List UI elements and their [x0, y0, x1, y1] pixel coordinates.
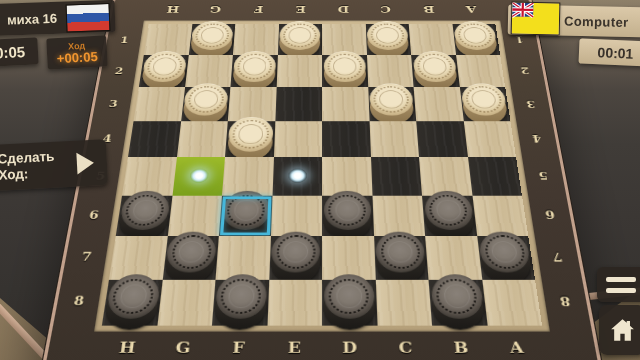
square-g4[interactable] [177, 121, 228, 157]
square-a3[interactable] [459, 87, 510, 121]
square-b7[interactable] [425, 236, 482, 279]
square-g1[interactable] [188, 24, 235, 54]
player-clock-value: 00:05 [0, 43, 26, 62]
square-f6[interactable] [219, 195, 272, 236]
board-coordinate: B [406, 1, 450, 18]
square-e7[interactable] [269, 236, 322, 279]
square-d1[interactable] [322, 24, 367, 54]
move-hint-dot[interactable] [288, 168, 307, 183]
white-piece[interactable] [452, 24, 500, 54]
white-piece[interactable] [322, 55, 368, 87]
square-g3[interactable] [181, 87, 231, 121]
square-e6[interactable] [270, 195, 322, 236]
square-c4[interactable] [369, 121, 419, 157]
black-piece[interactable] [374, 236, 429, 279]
board-coordinate: 8 [59, 279, 98, 325]
move-bonus-value: +00:05 [57, 49, 98, 64]
square-g2[interactable] [185, 55, 233, 87]
white-piece[interactable] [368, 87, 416, 121]
square-h5[interactable] [122, 157, 176, 195]
board-coordinate: E [279, 1, 322, 18]
move-hint-dot[interactable] [189, 168, 209, 183]
square-f8[interactable] [212, 279, 269, 325]
board-coordinate: B [432, 334, 490, 360]
square-d3[interactable] [322, 87, 369, 121]
board-coordinate: 7 [539, 236, 577, 279]
black-piece[interactable] [422, 195, 477, 236]
square-e1[interactable] [277, 24, 322, 54]
square-c5[interactable] [371, 157, 422, 195]
square-h7[interactable] [109, 236, 167, 279]
player-clock: 00:05 [0, 37, 39, 67]
square-h8[interactable] [102, 279, 162, 325]
menu-button[interactable] [597, 267, 640, 302]
labels-top: HGFEDCBA [151, 1, 494, 18]
black-piece[interactable] [162, 236, 219, 279]
square-b4[interactable] [416, 121, 467, 157]
square-e5[interactable] [272, 157, 322, 195]
make-move-button[interactable]: Сделать Ход: [0, 139, 108, 193]
black-piece[interactable] [102, 279, 162, 325]
square-d5[interactable] [322, 157, 372, 195]
black-piece[interactable] [322, 279, 377, 325]
square-d4[interactable] [322, 121, 371, 157]
white-piece[interactable] [230, 55, 277, 87]
white-piece[interactable] [188, 24, 235, 54]
square-h2[interactable] [139, 55, 189, 87]
board-coordinate: C [377, 334, 434, 360]
game-scene: HGFEDCBA HGFEDCBA 12345678 12345678 миха… [0, 0, 640, 360]
white-piece[interactable] [225, 121, 275, 157]
square-f4[interactable] [225, 121, 275, 157]
square-b6[interactable] [422, 195, 477, 236]
square-c1[interactable] [365, 24, 411, 54]
black-piece[interactable] [116, 195, 172, 236]
board-coordinate: C [364, 1, 408, 18]
square-g6[interactable] [167, 195, 222, 236]
board-coordinate: 7 [67, 236, 105, 279]
square-a5[interactable] [468, 157, 522, 195]
move-bonus-panel: Ход +00:05 [46, 35, 108, 69]
white-piece[interactable] [139, 55, 189, 87]
home-icon [608, 316, 637, 345]
board-coordinate: A [487, 334, 546, 360]
yellow-union-jack-flag-icon [511, 2, 561, 36]
board-coordinate: D [322, 1, 365, 18]
board-coordinate: G [154, 334, 212, 360]
board-coordinate: 5 [526, 157, 561, 195]
black-piece[interactable] [477, 236, 535, 279]
square-d8[interactable] [322, 279, 377, 325]
square-h3[interactable] [134, 87, 185, 121]
board-coordinate: H [97, 334, 156, 360]
make-move-label: Сделать Ход: [0, 149, 67, 184]
opponent-name-panel: Computer [508, 4, 640, 37]
menu-icon [606, 277, 636, 282]
white-piece[interactable] [411, 55, 459, 87]
player-name: миха 16 [7, 10, 58, 27]
black-piece[interactable] [212, 279, 269, 325]
black-piece[interactable] [428, 279, 487, 325]
square-c3[interactable] [368, 87, 416, 121]
opponent-clock: 00:01 [578, 38, 640, 66]
board-coordinate: 6 [75, 195, 111, 235]
square-e8[interactable] [267, 279, 322, 325]
square-f2[interactable] [230, 55, 277, 87]
square-g8[interactable] [157, 279, 216, 325]
square-g5[interactable] [172, 157, 225, 195]
square-d2[interactable] [322, 55, 368, 87]
board-coordinate: 6 [532, 195, 568, 235]
board-coordinate: H [151, 1, 196, 18]
square-f7[interactable] [216, 236, 271, 279]
square-a8[interactable] [482, 279, 542, 325]
square-b5[interactable] [419, 157, 472, 195]
square-c2[interactable] [367, 55, 414, 87]
square-c7[interactable] [374, 236, 429, 279]
square-e4[interactable] [274, 121, 323, 157]
black-piece[interactable] [219, 195, 272, 236]
player-name-panel: миха 16 [0, 0, 116, 36]
board-coordinate: 3 [515, 87, 548, 121]
board-coordinate: 3 [97, 87, 130, 121]
board-coordinate: 4 [520, 121, 554, 157]
russia-flag-icon [66, 3, 111, 33]
play-icon [76, 152, 94, 175]
square-b1[interactable] [409, 24, 456, 54]
square-c8[interactable] [375, 279, 432, 325]
board-frame: HGFEDCBA HGFEDCBA 12345678 12345678 [41, 0, 604, 360]
square-b2[interactable] [411, 55, 459, 87]
board-coordinate: G [193, 1, 237, 18]
square-a1[interactable] [452, 24, 500, 54]
white-piece[interactable] [459, 87, 510, 121]
board-coordinate: F [236, 1, 280, 18]
square-e2[interactable] [276, 55, 322, 87]
board-coordinate: 8 [546, 279, 585, 325]
home-button[interactable] [599, 305, 640, 355]
square-b3[interactable] [414, 87, 464, 121]
square-f3[interactable] [228, 87, 276, 121]
square-a7[interactable] [477, 236, 535, 279]
square-g7[interactable] [162, 236, 219, 279]
square-c6[interactable] [372, 195, 425, 236]
board-coordinate: A [449, 1, 494, 18]
black-piece[interactable] [269, 236, 322, 279]
square-f1[interactable] [233, 24, 279, 54]
square-b8[interactable] [428, 279, 487, 325]
board-coordinate: F [210, 334, 267, 360]
opponent-name: Computer [564, 13, 629, 29]
black-piece[interactable] [322, 195, 374, 236]
square-a4[interactable] [463, 121, 516, 157]
square-f5[interactable] [222, 157, 273, 195]
board-coordinate: D [322, 334, 378, 360]
labels-bottom: HGFEDCBA [97, 334, 546, 360]
square-d7[interactable] [322, 236, 375, 279]
square-d6[interactable] [322, 195, 374, 236]
white-piece[interactable] [277, 24, 322, 54]
board-coordinate: 2 [509, 55, 541, 87]
white-piece[interactable] [181, 87, 231, 121]
board-squares [102, 24, 542, 325]
square-a2[interactable] [456, 55, 506, 87]
board-coordinate: 2 [103, 55, 135, 87]
board-inner-bevel [94, 21, 550, 332]
square-h4[interactable] [128, 121, 181, 157]
square-a6[interactable] [472, 195, 528, 236]
square-h1[interactable] [144, 24, 192, 54]
square-h6[interactable] [116, 195, 172, 236]
square-e3[interactable] [275, 87, 322, 121]
white-piece[interactable] [365, 24, 411, 54]
board-coordinate: E [266, 334, 322, 360]
opponent-clock-value: 00:01 [597, 44, 633, 62]
